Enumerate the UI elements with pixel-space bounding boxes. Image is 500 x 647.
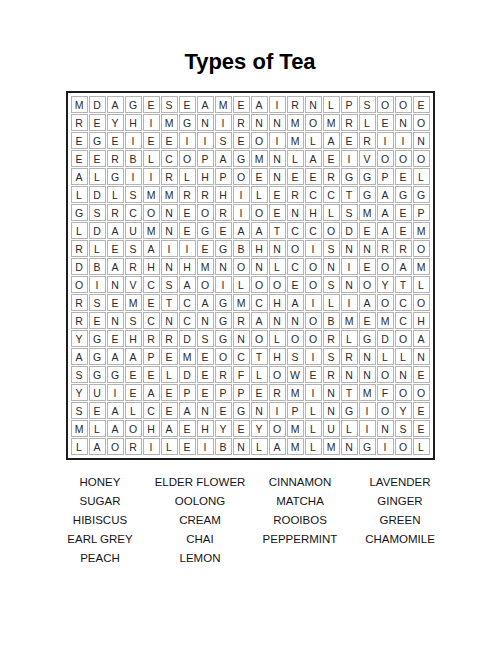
grid-cell[interactable]: T — [341, 186, 358, 203]
grid-cell[interactable]: Y — [71, 330, 88, 347]
grid-cell[interactable]: A — [359, 294, 376, 311]
grid-cell[interactable]: O — [269, 276, 286, 293]
grid-cell[interactable]: I — [359, 402, 376, 419]
grid-cell[interactable]: H — [197, 168, 214, 185]
grid-cell[interactable]: S — [323, 276, 340, 293]
grid-cell[interactable]: O — [305, 330, 322, 347]
grid-cell[interactable]: A — [413, 330, 430, 347]
grid-cell[interactable]: M — [233, 294, 250, 311]
grid-cell[interactable]: E — [71, 150, 88, 167]
grid-cell[interactable]: G — [341, 402, 358, 419]
grid-cell[interactable]: W — [287, 366, 304, 383]
grid-cell[interactable]: E — [89, 150, 106, 167]
grid-cell[interactable]: I — [89, 276, 106, 293]
grid-cell[interactable]: R — [161, 168, 178, 185]
grid-cell[interactable]: A — [251, 312, 268, 329]
grid-cell[interactable]: E — [161, 402, 178, 419]
grid-cell[interactable]: O — [215, 348, 232, 365]
grid-cell[interactable]: L — [143, 150, 160, 167]
grid-cell[interactable]: E — [197, 366, 214, 383]
grid-cell[interactable]: H — [251, 240, 268, 257]
grid-cell[interactable]: I — [377, 132, 394, 149]
grid-cell[interactable]: M — [287, 438, 304, 455]
grid-cell[interactable]: N — [341, 276, 358, 293]
grid-cell[interactable]: D — [89, 186, 106, 203]
grid-cell[interactable]: A — [197, 96, 214, 113]
grid-cell[interactable]: C — [305, 222, 322, 239]
grid-cell[interactable]: V — [359, 150, 376, 167]
grid-cell[interactable]: E — [215, 222, 232, 239]
grid-cell[interactable]: L — [107, 186, 124, 203]
grid-cell[interactable]: I — [305, 294, 322, 311]
grid-cell[interactable]: S — [395, 420, 412, 437]
grid-cell[interactable]: S — [323, 240, 340, 257]
grid-cell[interactable]: A — [107, 348, 124, 365]
grid-cell[interactable]: R — [395, 240, 412, 257]
grid-cell[interactable]: R — [107, 150, 124, 167]
grid-cell[interactable]: L — [269, 258, 286, 275]
grid-cell[interactable]: O — [179, 150, 196, 167]
grid-cell[interactable]: E — [197, 240, 214, 257]
grid-cell[interactable]: L — [323, 204, 340, 221]
grid-cell[interactable]: P — [197, 150, 214, 167]
grid-cell[interactable]: G — [359, 186, 376, 203]
grid-cell[interactable]: I — [269, 132, 286, 149]
grid-cell[interactable]: D — [89, 222, 106, 239]
grid-cell[interactable]: R — [359, 132, 376, 149]
grid-cell[interactable]: N — [269, 114, 286, 131]
grid-cell[interactable]: S — [161, 96, 178, 113]
grid-cell[interactable]: M — [287, 114, 304, 131]
grid-cell[interactable]: I — [341, 294, 358, 311]
grid-cell[interactable]: G — [359, 330, 376, 347]
grid-cell[interactable]: R — [215, 204, 232, 221]
grid-cell[interactable]: L — [359, 114, 376, 131]
grid-cell[interactable]: T — [269, 222, 286, 239]
grid-cell[interactable]: C — [323, 186, 340, 203]
grid-cell[interactable]: M — [179, 348, 196, 365]
grid-cell[interactable]: R — [143, 330, 160, 347]
grid-cell[interactable]: A — [197, 294, 214, 311]
grid-cell[interactable]: A — [287, 294, 304, 311]
grid-cell[interactable]: Y — [395, 402, 412, 419]
grid-cell[interactable]: G — [233, 402, 250, 419]
grid-cell[interactable]: E — [179, 222, 196, 239]
grid-cell[interactable]: A — [71, 168, 88, 185]
grid-cell[interactable]: O — [323, 222, 340, 239]
grid-cell[interactable]: M — [161, 186, 178, 203]
grid-cell[interactable]: G — [233, 150, 250, 167]
grid-cell[interactable]: G — [197, 222, 214, 239]
grid-cell[interactable]: V — [125, 276, 142, 293]
grid-cell[interactable]: F — [233, 366, 250, 383]
grid-cell[interactable]: M — [161, 114, 178, 131]
grid-cell[interactable]: A — [323, 132, 340, 149]
grid-cell[interactable]: E — [179, 96, 196, 113]
grid-cell[interactable]: A — [179, 276, 196, 293]
grid-cell[interactable]: E — [107, 294, 124, 311]
grid-cell[interactable]: S — [161, 276, 178, 293]
grid-cell[interactable]: C — [287, 222, 304, 239]
grid-cell[interactable]: L — [251, 438, 268, 455]
grid-cell[interactable]: L — [413, 276, 430, 293]
grid-cell[interactable]: R — [125, 258, 142, 275]
grid-cell[interactable]: P — [413, 204, 430, 221]
grid-cell[interactable]: L — [269, 330, 286, 347]
grid-cell[interactable]: R — [287, 96, 304, 113]
grid-cell[interactable]: I — [197, 132, 214, 149]
grid-cell[interactable]: P — [233, 384, 250, 401]
grid-cell[interactable]: M — [251, 150, 268, 167]
grid-cell[interactable]: I — [377, 438, 394, 455]
grid-cell[interactable]: U — [89, 384, 106, 401]
grid-cell[interactable]: U — [323, 420, 340, 437]
grid-cell[interactable]: G — [107, 366, 124, 383]
grid-cell[interactable]: R — [215, 366, 232, 383]
grid-cell[interactable]: N — [251, 114, 268, 131]
grid-cell[interactable]: O — [269, 366, 286, 383]
grid-cell[interactable]: O — [377, 258, 394, 275]
grid-cell[interactable]: O — [305, 114, 322, 131]
grid-cell[interactable]: H — [305, 204, 322, 221]
grid-cell[interactable]: G — [359, 438, 376, 455]
grid-cell[interactable]: O — [287, 240, 304, 257]
grid-cell[interactable]: G — [89, 348, 106, 365]
grid-cell[interactable]: G — [179, 114, 196, 131]
grid-cell[interactable]: C — [143, 312, 160, 329]
grid-cell[interactable]: D — [71, 258, 88, 275]
grid-cell[interactable]: C — [179, 312, 196, 329]
grid-cell[interactable]: O — [377, 366, 394, 383]
grid-cell[interactable]: O — [413, 114, 430, 131]
grid-cell[interactable]: N — [197, 114, 214, 131]
grid-cell[interactable]: L — [413, 438, 430, 455]
grid-cell[interactable]: I — [197, 438, 214, 455]
grid-cell[interactable]: O — [395, 384, 412, 401]
grid-cell[interactable]: H — [125, 114, 142, 131]
grid-cell[interactable]: I — [107, 384, 124, 401]
grid-cell[interactable]: P — [215, 168, 232, 185]
grid-cell[interactable]: O — [377, 294, 394, 311]
grid-cell[interactable]: T — [341, 384, 358, 401]
grid-cell[interactable]: E — [251, 168, 268, 185]
grid-cell[interactable]: E — [179, 204, 196, 221]
grid-cell[interactable]: O — [251, 204, 268, 221]
grid-cell[interactable]: O — [143, 204, 160, 221]
grid-cell[interactable]: R — [233, 312, 250, 329]
grid-cell[interactable]: R — [377, 240, 394, 257]
grid-cell[interactable]: A — [215, 150, 232, 167]
grid-cell[interactable]: E — [107, 330, 124, 347]
grid-cell[interactable]: A — [251, 222, 268, 239]
grid-cell[interactable]: G — [215, 240, 232, 257]
grid-cell[interactable]: A — [161, 420, 178, 437]
grid-cell[interactable]: R — [71, 240, 88, 257]
grid-cell[interactable]: E — [233, 132, 250, 149]
grid-cell[interactable]: N — [233, 330, 250, 347]
grid-cell[interactable]: A — [143, 240, 160, 257]
grid-cell[interactable]: O — [413, 384, 430, 401]
grid-cell[interactable]: B — [323, 312, 340, 329]
grid-cell[interactable]: I — [269, 96, 286, 113]
grid-cell[interactable]: G — [359, 168, 376, 185]
grid-cell[interactable]: R — [161, 330, 178, 347]
grid-cell[interactable]: E — [413, 420, 430, 437]
grid-cell[interactable]: M — [71, 420, 88, 437]
grid-cell[interactable]: C — [125, 204, 142, 221]
grid-cell[interactable]: E — [233, 420, 250, 437]
grid-cell[interactable]: A — [377, 222, 394, 239]
grid-cell[interactable]: E — [251, 384, 268, 401]
grid-cell[interactable]: O — [395, 438, 412, 455]
grid-cell[interactable]: L — [305, 132, 322, 149]
grid-cell[interactable]: C — [305, 186, 322, 203]
grid-cell[interactable]: S — [341, 204, 358, 221]
grid-cell[interactable]: R — [197, 186, 214, 203]
grid-cell[interactable]: M — [323, 438, 340, 455]
grid-cell[interactable]: L — [413, 168, 430, 185]
grid-cell[interactable]: N — [323, 384, 340, 401]
grid-cell[interactable]: G — [341, 168, 358, 185]
grid-cell[interactable]: E — [413, 402, 430, 419]
grid-cell[interactable]: L — [89, 168, 106, 185]
grid-cell[interactable]: E — [179, 438, 196, 455]
grid-cell[interactable]: R — [71, 114, 88, 131]
grid-cell[interactable]: I — [341, 258, 358, 275]
grid-cell[interactable]: L — [305, 420, 322, 437]
grid-cell[interactable]: M — [287, 132, 304, 149]
grid-cell[interactable]: D — [89, 96, 106, 113]
grid-cell[interactable]: G — [215, 312, 232, 329]
grid-cell[interactable]: E — [287, 276, 304, 293]
grid-cell[interactable]: L — [71, 186, 88, 203]
grid-cell[interactable]: O — [107, 438, 124, 455]
grid-cell[interactable]: N — [395, 366, 412, 383]
grid-cell[interactable]: E — [413, 366, 430, 383]
grid-cell[interactable]: G — [395, 186, 412, 203]
grid-cell[interactable]: A — [107, 402, 124, 419]
grid-cell[interactable]: C — [143, 402, 160, 419]
grid-cell[interactable]: E — [287, 168, 304, 185]
grid-cell[interactable]: L — [161, 366, 178, 383]
grid-cell[interactable]: R — [71, 294, 88, 311]
grid-cell[interactable]: P — [341, 96, 358, 113]
grid-cell[interactable]: E — [395, 168, 412, 185]
grid-cell[interactable]: E — [359, 222, 376, 239]
grid-cell[interactable]: E — [359, 312, 376, 329]
grid-cell[interactable]: E — [89, 402, 106, 419]
grid-cell[interactable]: R — [233, 114, 250, 131]
grid-cell[interactable]: E — [71, 132, 88, 149]
grid-cell[interactable]: N — [197, 402, 214, 419]
grid-cell[interactable]: N — [161, 204, 178, 221]
grid-cell[interactable]: R — [269, 384, 286, 401]
grid-cell[interactable]: N — [161, 258, 178, 275]
grid-cell[interactable]: L — [377, 348, 394, 365]
grid-cell[interactable]: O — [305, 258, 322, 275]
grid-cell[interactable]: N — [107, 276, 124, 293]
grid-cell[interactable]: E — [143, 96, 160, 113]
grid-cell[interactable]: E — [89, 114, 106, 131]
grid-cell[interactable]: A — [305, 150, 322, 167]
grid-cell[interactable]: G — [89, 366, 106, 383]
grid-cell[interactable]: S — [359, 96, 376, 113]
grid-cell[interactable]: L — [251, 366, 268, 383]
grid-cell[interactable]: I — [233, 204, 250, 221]
grid-cell[interactable]: O — [233, 258, 250, 275]
grid-cell[interactable]: A — [71, 348, 88, 365]
grid-cell[interactable]: S — [89, 294, 106, 311]
grid-cell[interactable]: N — [359, 240, 376, 257]
grid-cell[interactable]: D — [179, 366, 196, 383]
grid-cell[interactable]: E — [161, 132, 178, 149]
grid-cell[interactable]: M — [341, 312, 358, 329]
grid-cell[interactable]: G — [107, 168, 124, 185]
grid-cell[interactable]: O — [197, 204, 214, 221]
grid-cell[interactable]: M — [125, 294, 142, 311]
grid-cell[interactable]: C — [395, 312, 412, 329]
grid-cell[interactable]: M — [413, 258, 430, 275]
grid-cell[interactable]: R — [71, 312, 88, 329]
grid-cell[interactable]: I — [359, 420, 376, 437]
grid-cell[interactable]: B — [215, 438, 232, 455]
grid-cell[interactable]: R — [323, 168, 340, 185]
grid-cell[interactable]: N — [341, 438, 358, 455]
grid-cell[interactable]: M — [215, 96, 232, 113]
grid-cell[interactable]: H — [215, 186, 232, 203]
grid-cell[interactable]: H — [413, 312, 430, 329]
grid-cell[interactable]: T — [251, 348, 268, 365]
grid-cell[interactable]: R — [323, 366, 340, 383]
grid-cell[interactable]: P — [179, 384, 196, 401]
grid-cell[interactable]: E — [125, 366, 142, 383]
grid-cell[interactable]: N — [233, 438, 250, 455]
grid-cell[interactable]: N — [341, 366, 358, 383]
grid-cell[interactable]: H — [125, 330, 142, 347]
grid-cell[interactable]: N — [269, 150, 286, 167]
grid-cell[interactable]: N — [305, 96, 322, 113]
grid-cell[interactable]: S — [323, 348, 340, 365]
grid-cell[interactable]: T — [161, 294, 178, 311]
grid-cell[interactable]: O — [125, 420, 142, 437]
grid-cell[interactable]: O — [305, 276, 322, 293]
grid-cell[interactable]: E — [161, 348, 178, 365]
grid-cell[interactable]: H — [143, 420, 160, 437]
grid-cell[interactable]: L — [251, 186, 268, 203]
grid-cell[interactable]: A — [251, 96, 268, 113]
grid-cell[interactable]: S — [71, 402, 88, 419]
grid-cell[interactable]: L — [89, 240, 106, 257]
grid-cell[interactable]: E — [323, 150, 340, 167]
grid-cell[interactable]: L — [71, 438, 88, 455]
grid-cell[interactable]: E — [215, 402, 232, 419]
grid-cell[interactable]: L — [305, 438, 322, 455]
grid-cell[interactable]: M — [287, 384, 304, 401]
grid-cell[interactable]: L — [341, 330, 358, 347]
grid-cell[interactable]: C — [233, 348, 250, 365]
grid-cell[interactable]: N — [413, 132, 430, 149]
grid-cell[interactable]: I — [179, 132, 196, 149]
grid-cell[interactable]: B — [89, 258, 106, 275]
grid-cell[interactable]: N — [341, 240, 358, 257]
grid-cell[interactable]: C — [161, 150, 178, 167]
grid-cell[interactable]: N — [161, 312, 178, 329]
grid-cell[interactable]: E — [197, 384, 214, 401]
grid-cell[interactable]: N — [107, 312, 124, 329]
grid-cell[interactable]: A — [269, 438, 286, 455]
grid-cell[interactable]: N — [287, 312, 304, 329]
grid-cell[interactable]: L — [395, 348, 412, 365]
grid-cell[interactable]: F — [377, 384, 394, 401]
grid-cell[interactable]: R — [341, 348, 358, 365]
grid-cell[interactable]: E — [107, 132, 124, 149]
grid-cell[interactable]: I — [215, 114, 232, 131]
grid-cell[interactable]: B — [125, 150, 142, 167]
grid-cell[interactable]: N — [395, 114, 412, 131]
grid-cell[interactable]: N — [359, 366, 376, 383]
grid-cell[interactable]: E — [305, 168, 322, 185]
grid-cell[interactable]: E — [233, 96, 250, 113]
grid-cell[interactable]: O — [269, 420, 286, 437]
grid-cell[interactable]: C — [143, 276, 160, 293]
grid-cell[interactable]: N — [215, 258, 232, 275]
grid-cell[interactable]: S — [89, 204, 106, 221]
grid-cell[interactable]: C — [287, 258, 304, 275]
grid-cell[interactable]: P — [215, 384, 232, 401]
grid-cell[interactable]: Y — [251, 420, 268, 437]
grid-cell[interactable]: O — [377, 402, 394, 419]
grid-cell[interactable]: I — [125, 168, 142, 185]
grid-cell[interactable]: H — [269, 294, 286, 311]
grid-cell[interactable]: I — [395, 132, 412, 149]
grid-cell[interactable]: L — [341, 420, 358, 437]
grid-cell[interactable]: H — [269, 348, 286, 365]
grid-cell[interactable]: U — [125, 222, 142, 239]
grid-cell[interactable]: H — [197, 420, 214, 437]
grid-cell[interactable]: P — [143, 348, 160, 365]
grid-cell[interactable]: N — [161, 222, 178, 239]
grid-cell[interactable]: E — [143, 366, 160, 383]
grid-cell[interactable]: E — [125, 384, 142, 401]
grid-cell[interactable]: N — [413, 348, 430, 365]
grid-cell[interactable]: H — [143, 258, 160, 275]
grid-cell[interactable]: R — [125, 438, 142, 455]
grid-cell[interactable]: E — [377, 114, 394, 131]
grid-cell[interactable]: Y — [71, 384, 88, 401]
grid-cell[interactable]: M — [377, 312, 394, 329]
grid-cell[interactable]: E — [305, 366, 322, 383]
grid-cell[interactable]: R — [287, 186, 304, 203]
grid-cell[interactable]: S — [125, 240, 142, 257]
grid-cell[interactable]: R — [107, 204, 124, 221]
grid-cell[interactable]: D — [341, 222, 358, 239]
grid-cell[interactable]: N — [269, 240, 286, 257]
grid-cell[interactable]: Y — [377, 276, 394, 293]
grid-cell[interactable]: I — [269, 402, 286, 419]
grid-cell[interactable]: G — [215, 294, 232, 311]
grid-cell[interactable]: S — [197, 330, 214, 347]
grid-cell[interactable]: L — [89, 420, 106, 437]
grid-cell[interactable]: E — [143, 294, 160, 311]
grid-cell[interactable]: A — [107, 258, 124, 275]
grid-cell[interactable]: E — [161, 384, 178, 401]
grid-cell[interactable]: L — [323, 96, 340, 113]
grid-cell[interactable]: M — [143, 186, 160, 203]
grid-cell[interactable]: N — [197, 312, 214, 329]
grid-cell[interactable]: O — [377, 96, 394, 113]
grid-cell[interactable]: S — [125, 312, 142, 329]
grid-cell[interactable]: P — [287, 402, 304, 419]
